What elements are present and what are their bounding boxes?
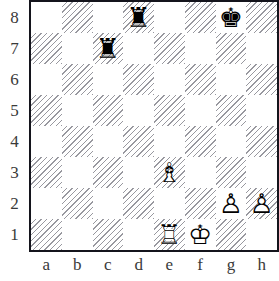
square-c5[interactable]	[93, 95, 124, 126]
square-a1[interactable]	[31, 219, 62, 250]
square-d4[interactable]	[123, 126, 154, 157]
square-h2[interactable]: ♟♙	[246, 188, 277, 219]
square-b5[interactable]	[62, 95, 93, 126]
square-b2[interactable]	[62, 188, 93, 219]
square-g2[interactable]: ♟♙	[216, 188, 247, 219]
square-a5[interactable]	[31, 95, 62, 126]
square-d6[interactable]	[123, 64, 154, 95]
square-h3[interactable]	[246, 157, 277, 188]
square-f5[interactable]	[185, 95, 216, 126]
square-f3[interactable]	[185, 157, 216, 188]
square-d2[interactable]	[123, 188, 154, 219]
square-c6[interactable]	[93, 64, 124, 95]
piece-white-pawn[interactable]: ♟♙	[216, 188, 247, 219]
square-c4[interactable]	[93, 126, 124, 157]
rank-label-6: 6	[0, 64, 29, 95]
square-a2[interactable]	[31, 188, 62, 219]
rank-label-3: 3	[0, 157, 29, 188]
square-g3[interactable]	[216, 157, 247, 188]
square-d1[interactable]	[123, 219, 154, 250]
square-h8[interactable]	[246, 2, 277, 33]
square-e4[interactable]	[154, 126, 185, 157]
square-e8[interactable]	[154, 2, 185, 33]
square-c7[interactable]: ♜	[93, 33, 124, 64]
square-b8[interactable]	[62, 2, 93, 33]
square-f8[interactable]	[185, 2, 216, 33]
square-g1[interactable]	[216, 219, 247, 250]
square-c8[interactable]	[93, 2, 124, 33]
square-g4[interactable]	[216, 126, 247, 157]
square-f4[interactable]	[185, 126, 216, 157]
piece-white-pawn[interactable]: ♟♙	[246, 188, 277, 219]
square-h4[interactable]	[246, 126, 277, 157]
white-king-outline: ♔	[185, 219, 216, 250]
square-d8[interactable]: ♜	[123, 2, 154, 33]
rank-label-1: 1	[0, 219, 29, 250]
file-label-e: e	[154, 253, 185, 279]
square-a3[interactable]	[31, 157, 62, 188]
file-label-h: h	[246, 253, 277, 279]
square-b3[interactable]	[62, 157, 93, 188]
chess-diagram: 87654321 ♜♚♜♝♗♟♙♟♙♜♖♚♔ abcdefgh	[0, 0, 279, 281]
square-c3[interactable]	[93, 157, 124, 188]
chess-board: ♜♚♜♝♗♟♙♟♙♜♖♚♔	[29, 0, 279, 252]
square-f2[interactable]	[185, 188, 216, 219]
piece-black-rook[interactable]: ♜	[93, 33, 124, 64]
rank-label-4: 4	[0, 126, 29, 157]
rank-label-5: 5	[0, 95, 29, 126]
square-e1[interactable]: ♜♖	[154, 219, 185, 250]
piece-black-rook[interactable]: ♜	[123, 2, 154, 33]
square-h5[interactable]	[246, 95, 277, 126]
rank-label-7: 7	[0, 33, 29, 64]
file-label-b: b	[62, 253, 93, 279]
file-label-f: f	[185, 253, 216, 279]
square-f7[interactable]	[185, 33, 216, 64]
piece-white-rook[interactable]: ♜♖	[154, 219, 185, 250]
square-h1[interactable]	[246, 219, 277, 250]
square-e2[interactable]	[154, 188, 185, 219]
square-e5[interactable]	[154, 95, 185, 126]
square-g6[interactable]	[216, 64, 247, 95]
white-rook-outline: ♖	[154, 219, 185, 250]
square-f1[interactable]: ♚♔	[185, 219, 216, 250]
rank-label-8: 8	[0, 2, 29, 33]
white-pawn-outline: ♙	[216, 188, 247, 219]
square-b1[interactable]	[62, 219, 93, 250]
rank-labels: 87654321	[0, 2, 29, 250]
square-e3[interactable]: ♝♗	[154, 157, 185, 188]
file-label-g: g	[216, 253, 247, 279]
white-bishop-outline: ♗	[154, 157, 185, 188]
square-a6[interactable]	[31, 64, 62, 95]
file-label-a: a	[31, 253, 62, 279]
square-a8[interactable]	[31, 2, 62, 33]
square-e6[interactable]	[154, 64, 185, 95]
square-a4[interactable]	[31, 126, 62, 157]
square-c1[interactable]	[93, 219, 124, 250]
piece-black-king[interactable]: ♚	[216, 2, 247, 33]
square-d5[interactable]	[123, 95, 154, 126]
file-label-d: d	[123, 253, 154, 279]
square-f6[interactable]	[185, 64, 216, 95]
square-d7[interactable]	[123, 33, 154, 64]
square-b6[interactable]	[62, 64, 93, 95]
square-d3[interactable]	[123, 157, 154, 188]
file-labels: abcdefgh	[31, 253, 277, 279]
white-pawn-outline: ♙	[246, 188, 277, 219]
square-h6[interactable]	[246, 64, 277, 95]
square-b4[interactable]	[62, 126, 93, 157]
square-g5[interactable]	[216, 95, 247, 126]
square-h7[interactable]	[246, 33, 277, 64]
square-b7[interactable]	[62, 33, 93, 64]
square-c2[interactable]	[93, 188, 124, 219]
square-g8[interactable]: ♚	[216, 2, 247, 33]
piece-white-bishop[interactable]: ♝♗	[154, 157, 185, 188]
square-g7[interactable]	[216, 33, 247, 64]
file-label-c: c	[93, 253, 124, 279]
square-a7[interactable]	[31, 33, 62, 64]
rank-label-2: 2	[0, 188, 29, 219]
piece-white-king[interactable]: ♚♔	[185, 219, 216, 250]
square-e7[interactable]	[154, 33, 185, 64]
